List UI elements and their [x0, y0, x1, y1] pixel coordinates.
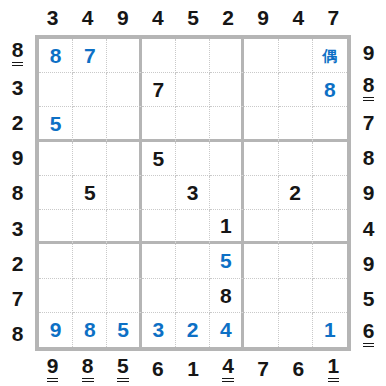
- cell-r5c1[interactable]: [39, 176, 73, 210]
- clue-digit: 9: [257, 7, 269, 28]
- clue-top-8: 4: [281, 0, 316, 35]
- clue-top-5: 5: [175, 0, 210, 35]
- clue-right-8: 5: [351, 281, 386, 316]
- clue-digit: 8: [363, 147, 375, 168]
- cell-r6c2[interactable]: [73, 210, 107, 244]
- digit: 9: [50, 319, 62, 340]
- clue-top-9: 7: [316, 0, 351, 35]
- cell-r4c9[interactable]: [313, 142, 347, 176]
- clue-bottom-4: 6: [140, 351, 175, 386]
- clue-left-4: 9: [0, 140, 35, 175]
- clue-digit: 6: [292, 358, 304, 379]
- cell-r1c8[interactable]: [279, 39, 313, 73]
- clue-digit: 8: [12, 323, 24, 344]
- clue-right-9: 6: [351, 316, 386, 351]
- cell-r2c8[interactable]: [279, 73, 313, 107]
- clue-right-3: 7: [351, 105, 386, 140]
- cell-r4c4[interactable]: 5: [142, 142, 176, 176]
- cell-r7c1[interactable]: [39, 244, 73, 278]
- clue-right-6: 4: [351, 211, 386, 246]
- clue-digit: 3: [12, 218, 24, 239]
- cell-r4c5[interactable]: [176, 142, 210, 176]
- cell-r6c1[interactable]: [39, 210, 73, 244]
- cell-r5c3[interactable]: [107, 176, 141, 210]
- cell-r1c6[interactable]: [210, 39, 244, 73]
- cell-r3c1[interactable]: 5: [39, 107, 73, 141]
- cell-r2c6[interactable]: [210, 73, 244, 107]
- cell-r8c2[interactable]: [73, 279, 107, 313]
- digit: 8: [220, 285, 232, 306]
- sudoku-puzzle: 349452947 832983278 987894956 985614761 …: [0, 0, 386, 386]
- cell-r1c5[interactable]: [176, 39, 210, 73]
- clue-digit: 9: [363, 42, 375, 63]
- digit: 5: [220, 250, 232, 271]
- cell-r6c4[interactable]: [142, 210, 176, 244]
- cell-r4c8[interactable]: [279, 142, 313, 176]
- cell-r6c7[interactable]: [244, 210, 278, 244]
- cell-r9c4[interactable]: 3: [142, 313, 176, 347]
- digit: 7: [152, 79, 164, 100]
- clue-digit: 8: [12, 182, 24, 203]
- cell-r1c2[interactable]: 7: [73, 39, 107, 73]
- clue-digit: 6: [152, 358, 164, 379]
- cell-r4c3[interactable]: [107, 142, 141, 176]
- cell-r5c8[interactable]: 2: [279, 176, 313, 210]
- cell-r2c5[interactable]: [176, 73, 210, 107]
- digit: 8: [324, 79, 336, 100]
- cell-r3c6[interactable]: [210, 107, 244, 141]
- digit: 5: [117, 319, 129, 340]
- clue-bottom-7: 7: [246, 351, 281, 386]
- clue-top-1: 3: [35, 0, 70, 35]
- clue-digit: 4: [82, 7, 94, 28]
- cell-r9c1[interactable]: 9: [39, 313, 73, 347]
- cell-r7c7[interactable]: [244, 244, 278, 278]
- left-clues: 832983278: [0, 35, 35, 351]
- cell-r6c8[interactable]: [279, 210, 313, 244]
- bottom-clues: 985614761: [35, 351, 351, 386]
- cell-r5c7[interactable]: [244, 176, 278, 210]
- cell-r5c2[interactable]: 5: [73, 176, 107, 210]
- board: 87偶78555321589853241: [35, 35, 351, 351]
- clue-left-5: 8: [0, 175, 35, 210]
- clue-digit: 2: [12, 112, 24, 133]
- clue-digit-underlined: 6: [363, 320, 375, 347]
- cell-r9c6[interactable]: 4: [210, 313, 244, 347]
- digit: 5: [84, 182, 96, 203]
- top-clues: 349452947: [35, 0, 351, 35]
- cell-r2c9[interactable]: 8: [313, 73, 347, 107]
- cell-r7c5[interactable]: [176, 244, 210, 278]
- clue-digit: 4: [292, 7, 304, 28]
- cell-r2c3[interactable]: [107, 73, 141, 107]
- clue-digit-underlined: 8: [12, 39, 24, 66]
- even-marker: 偶: [322, 48, 337, 63]
- clue-top-2: 4: [70, 0, 105, 35]
- digit: 8: [50, 45, 62, 66]
- clue-bottom-1: 9: [35, 351, 70, 386]
- cell-r9c8[interactable]: [279, 313, 313, 347]
- digit: 5: [152, 148, 164, 169]
- cell-r8c3[interactable]: [107, 279, 141, 313]
- clue-digit: 3: [47, 7, 59, 28]
- cell-r8c8[interactable]: [279, 279, 313, 313]
- cell-r9c2[interactable]: 8: [73, 313, 107, 347]
- clue-right-4: 8: [351, 140, 386, 175]
- cell-r9c7[interactable]: [244, 313, 278, 347]
- cell-r8c6[interactable]: 8: [210, 279, 244, 313]
- clue-bottom-5: 1: [175, 351, 210, 386]
- cell-r1c1[interactable]: 8: [39, 39, 73, 73]
- clue-digit: 9: [12, 147, 24, 168]
- clue-digit: 4: [152, 7, 164, 28]
- digit: 3: [187, 182, 199, 203]
- clue-bottom-3: 5: [105, 351, 140, 386]
- cell-r5c4[interactable]: [142, 176, 176, 210]
- cell-r4c6[interactable]: [210, 142, 244, 176]
- clue-digit: 5: [363, 288, 375, 309]
- cell-r7c8[interactable]: [279, 244, 313, 278]
- clue-digit-underlined: 8: [82, 355, 94, 382]
- clue-bottom-9: 1: [316, 351, 351, 386]
- clue-digit: 7: [328, 7, 340, 28]
- cell-r8c1[interactable]: [39, 279, 73, 313]
- cell-r7c9[interactable]: [313, 244, 347, 278]
- clue-digit: 1: [187, 358, 199, 379]
- cell-r6c5[interactable]: [176, 210, 210, 244]
- clue-bottom-2: 8: [70, 351, 105, 386]
- clue-digit: 9: [363, 253, 375, 274]
- cell-r2c1[interactable]: [39, 73, 73, 107]
- clue-digit: 7: [257, 358, 269, 379]
- clue-digit: 7: [12, 288, 24, 309]
- cell-r4c2[interactable]: [73, 142, 107, 176]
- cell-r1c3[interactable]: [107, 39, 141, 73]
- clue-digit-underlined: 8: [363, 74, 375, 101]
- cell-r5c9[interactable]: [313, 176, 347, 210]
- clue-left-6: 3: [0, 211, 35, 246]
- clue-left-7: 2: [0, 246, 35, 281]
- digit: 1: [324, 319, 336, 340]
- cell-r9c5[interactable]: 2: [176, 313, 210, 347]
- cell-r7c4[interactable]: [142, 244, 176, 278]
- clue-digit: 9: [363, 182, 375, 203]
- right-clues: 987894956: [351, 35, 386, 351]
- cell-r4c1[interactable]: [39, 142, 73, 176]
- clue-left-3: 2: [0, 105, 35, 140]
- clue-digit: 4: [363, 218, 375, 239]
- cell-r3c5[interactable]: [176, 107, 210, 141]
- clue-left-2: 3: [0, 70, 35, 105]
- cell-r7c6[interactable]: 5: [210, 244, 244, 278]
- cell-r8c4[interactable]: [142, 279, 176, 313]
- cell-r2c7[interactable]: [244, 73, 278, 107]
- cell-r5c6[interactable]: [210, 176, 244, 210]
- digit: 2: [187, 319, 199, 340]
- clue-digit: 2: [222, 7, 234, 28]
- clue-right-5: 9: [351, 175, 386, 210]
- clue-left-9: 8: [0, 316, 35, 351]
- clue-left-1: 8: [0, 35, 35, 70]
- cell-r5c5[interactable]: 3: [176, 176, 210, 210]
- clue-digit: 5: [187, 7, 199, 28]
- digit: 5: [50, 113, 62, 134]
- cell-r7c2[interactable]: [73, 244, 107, 278]
- cell-r3c8[interactable]: [279, 107, 313, 141]
- cell-r9c3[interactable]: 5: [107, 313, 141, 347]
- clue-right-7: 9: [351, 246, 386, 281]
- clue-left-8: 7: [0, 281, 35, 316]
- clue-digit: 2: [12, 253, 24, 274]
- cell-r8c9[interactable]: [313, 279, 347, 313]
- clue-digit-underlined: 5: [117, 355, 129, 382]
- clue-right-1: 9: [351, 35, 386, 70]
- clue-bottom-8: 6: [281, 351, 316, 386]
- clue-digit: 7: [363, 112, 375, 133]
- clue-digit: 9: [117, 7, 129, 28]
- cell-r3c4[interactable]: [142, 107, 176, 141]
- clue-digit-underlined: 9: [47, 355, 59, 382]
- clue-top-3: 9: [105, 0, 140, 35]
- clue-right-2: 8: [351, 70, 386, 105]
- digit: 2: [289, 182, 301, 203]
- clue-top-7: 9: [246, 0, 281, 35]
- cell-r7c3[interactable]: [107, 244, 141, 278]
- cell-r2c2[interactable]: [73, 73, 107, 107]
- cell-r1c4[interactable]: [142, 39, 176, 73]
- clue-digit-underlined: 1: [328, 355, 340, 382]
- cell-r9c9[interactable]: 1: [313, 313, 347, 347]
- digit: 3: [152, 319, 164, 340]
- cell-r2c4[interactable]: 7: [142, 73, 176, 107]
- digit: 8: [84, 319, 96, 340]
- clue-top-6: 2: [211, 0, 246, 35]
- cell-r6c6[interactable]: 1: [210, 210, 244, 244]
- clue-digit: 3: [12, 77, 24, 98]
- cell-r3c2[interactable]: [73, 107, 107, 141]
- cell-r6c9[interactable]: [313, 210, 347, 244]
- clue-bottom-6: 4: [211, 351, 246, 386]
- cell-r3c9[interactable]: [313, 107, 347, 141]
- cell-r3c7[interactable]: [244, 107, 278, 141]
- cell-r1c9[interactable]: 偶: [313, 39, 347, 73]
- cell-r8c7[interactable]: [244, 279, 278, 313]
- digit: 7: [84, 45, 96, 66]
- clue-top-4: 4: [140, 0, 175, 35]
- digit: 4: [220, 319, 232, 340]
- cell-r4c7[interactable]: [244, 142, 278, 176]
- cell-r6c3[interactable]: [107, 210, 141, 244]
- cell-r1c7[interactable]: [244, 39, 278, 73]
- digit: 1: [220, 215, 232, 236]
- clue-digit-underlined: 4: [222, 355, 234, 382]
- cell-r3c3[interactable]: [107, 107, 141, 141]
- cell-r8c5[interactable]: [176, 279, 210, 313]
